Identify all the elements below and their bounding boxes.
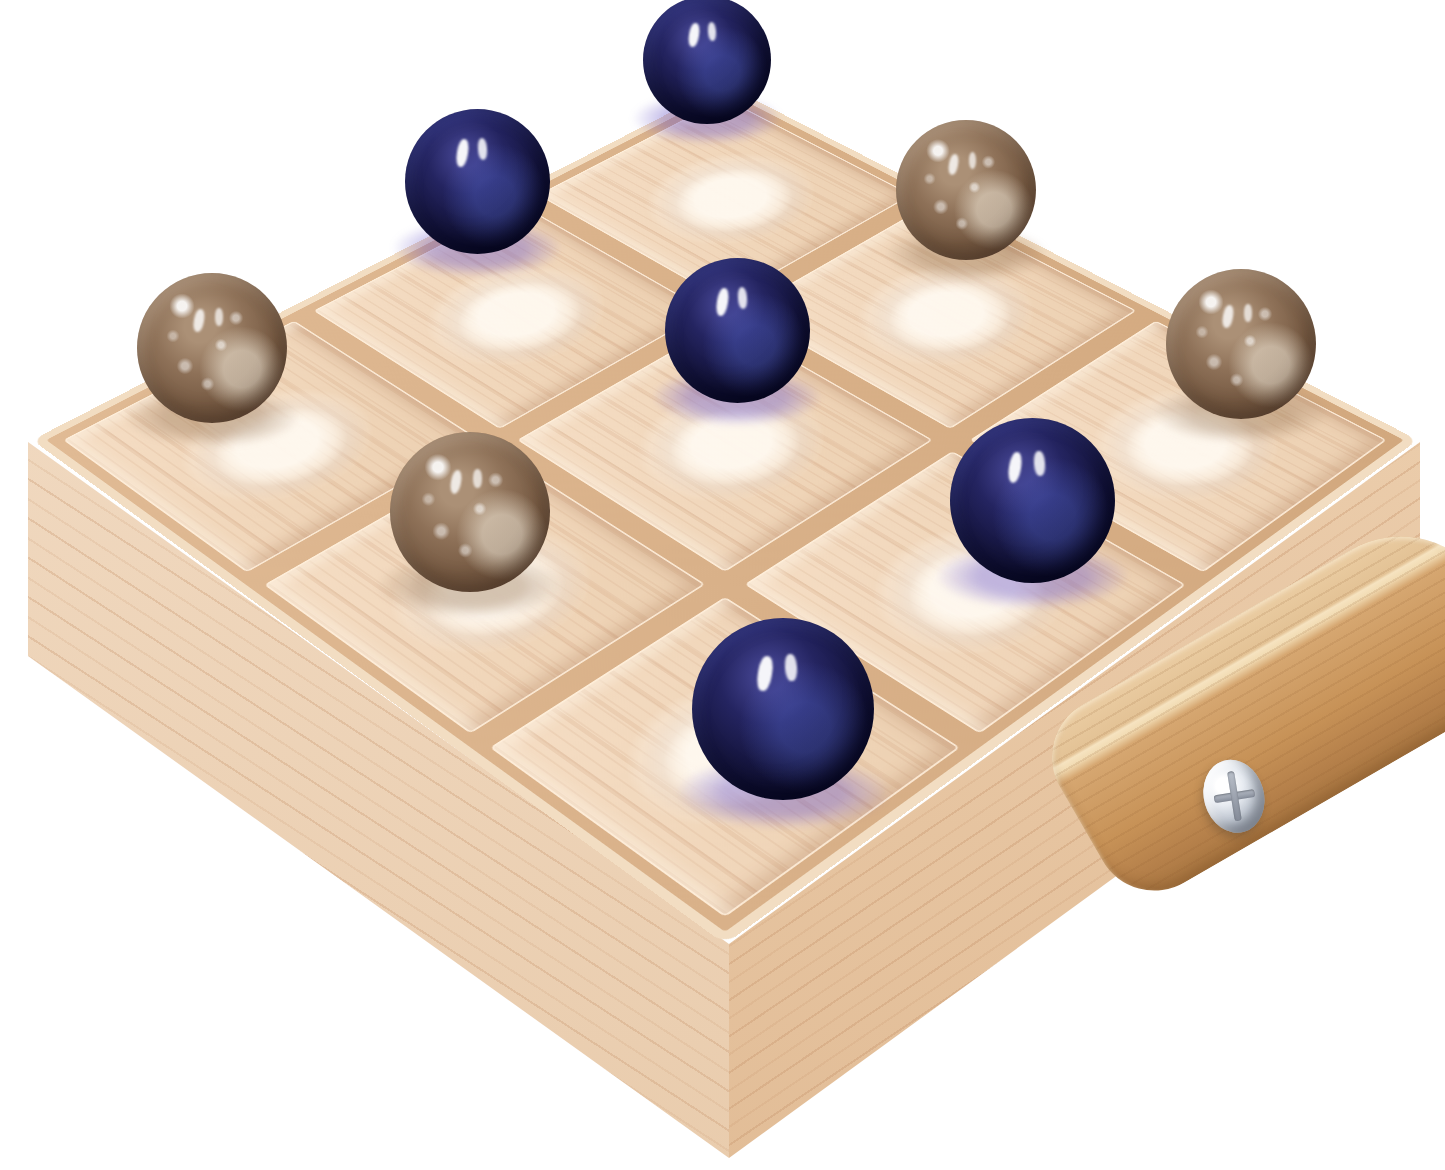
pieces-layer xyxy=(0,0,1445,1170)
marble-tan-r0c0[interactable] xyxy=(137,273,287,423)
marble-blue-r2c0[interactable] xyxy=(692,618,874,800)
marble-blue-r2c1[interactable] xyxy=(950,418,1115,583)
marble-blue-r0c2[interactable] xyxy=(643,0,771,124)
marble-tan-r2c2[interactable] xyxy=(1166,269,1316,419)
marble-blue-r1c1[interactable] xyxy=(665,258,810,403)
marble-tan-r1c2[interactable] xyxy=(896,120,1036,260)
product-photo-scene xyxy=(0,0,1445,1170)
marble-blue-r0c1[interactable] xyxy=(405,109,550,254)
marble-tan-r1c0[interactable] xyxy=(390,432,550,592)
